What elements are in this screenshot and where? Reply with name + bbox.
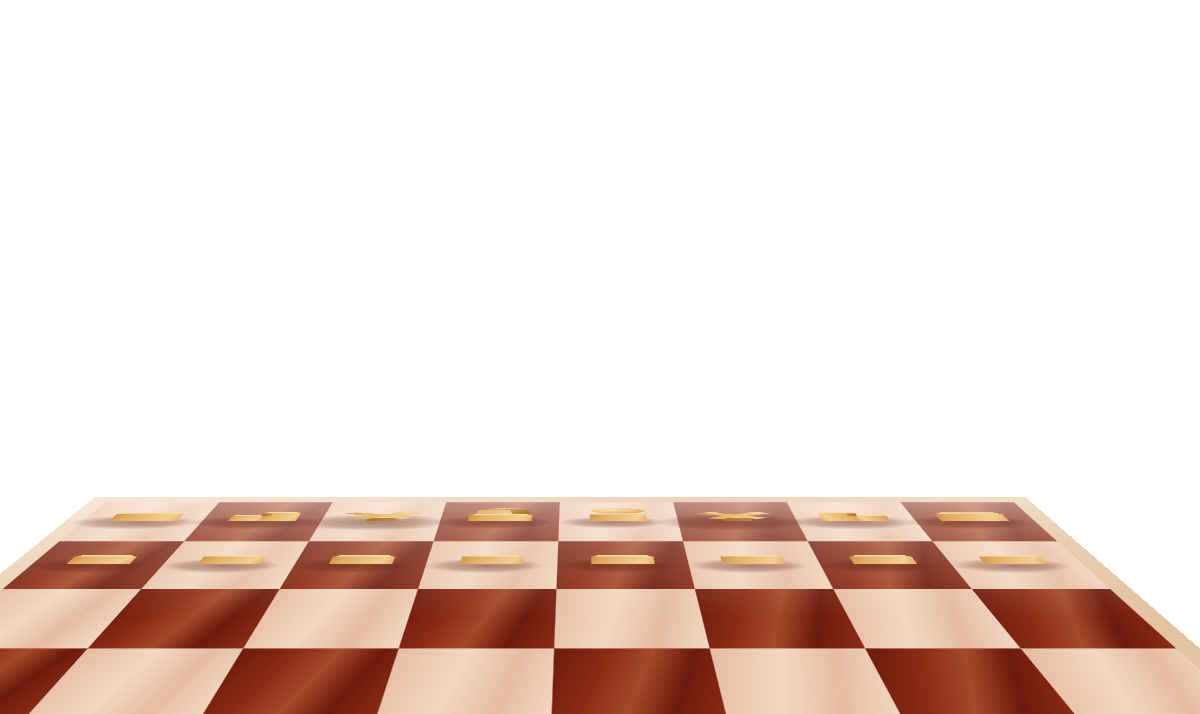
photo-scene: ♖♘♗♔♕♗♘♖♙♙♙♙♙♙♙♙ [0,0,1200,714]
square-f3[interactable] [243,589,418,648]
square-d2[interactable] [556,541,694,589]
king-cap-cube [471,508,533,514]
square-e4[interactable] [374,648,554,714]
square-f1[interactable] [309,502,446,541]
king-cap-front-face [473,509,513,514]
square-e2[interactable] [418,541,558,589]
square-c3[interactable] [695,589,865,648]
board-squares [0,502,1200,714]
chess-board: ♖♘♗♔♕♗♘♖♙♙♙♙♙♙♙♙ [0,497,1200,714]
queen-sphere [590,508,644,513]
square-c1[interactable] [673,502,807,541]
king-cap-side-face [510,510,532,515]
square-d4[interactable] [551,648,728,714]
square-b3[interactable] [833,589,1020,648]
square-e3[interactable] [399,589,557,648]
square-d3[interactable] [554,589,710,648]
